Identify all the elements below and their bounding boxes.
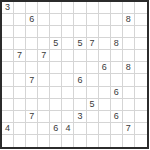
clue-cell-r11c11[interactable]: 7 bbox=[123, 123, 135, 135]
cell-r2c8[interactable] bbox=[87, 14, 99, 26]
cell-r6c3[interactable] bbox=[26, 62, 38, 74]
cell-r2c5[interactable] bbox=[50, 14, 62, 26]
clue-cell-r10c10[interactable]: 6 bbox=[111, 111, 123, 123]
cell-r7c2[interactable] bbox=[14, 74, 26, 86]
clue-cell-r9c8[interactable]: 5 bbox=[87, 99, 99, 111]
cell-r8c9[interactable] bbox=[99, 87, 111, 99]
clue-cell-r6c11[interactable]: 8 bbox=[123, 62, 135, 74]
cell-r3c3[interactable] bbox=[26, 26, 38, 38]
clue-cell-r7c7[interactable]: 6 bbox=[74, 74, 86, 86]
clue-cell-r10c7[interactable]: 3 bbox=[74, 111, 86, 123]
cell-r4c1[interactable] bbox=[2, 38, 14, 50]
cell-r6c7[interactable] bbox=[74, 62, 86, 74]
cell-r12c9[interactable] bbox=[99, 135, 111, 147]
cell-r2c12[interactable] bbox=[135, 14, 147, 26]
cell-r10c1[interactable] bbox=[2, 111, 14, 123]
cell-r7c9[interactable] bbox=[99, 74, 111, 86]
clue-cell-r2c3[interactable]: 6 bbox=[26, 14, 38, 26]
cell-r6c8[interactable] bbox=[87, 62, 99, 74]
cell-r8c4[interactable] bbox=[38, 87, 50, 99]
cell-r10c6[interactable] bbox=[62, 111, 74, 123]
cell-r1c9[interactable] bbox=[99, 2, 111, 14]
cell-r3c4[interactable] bbox=[38, 26, 50, 38]
cell-r2c6[interactable] bbox=[62, 14, 74, 26]
cell-r10c4[interactable] bbox=[38, 111, 50, 123]
cell-r3c1[interactable] bbox=[2, 26, 14, 38]
cell-r10c11[interactable] bbox=[123, 111, 135, 123]
cell-r5c3[interactable] bbox=[26, 50, 38, 62]
cell-r1c3[interactable] bbox=[26, 2, 38, 14]
cell-r9c3[interactable] bbox=[26, 99, 38, 111]
cell-r11c4[interactable] bbox=[38, 123, 50, 135]
cell-r9c10[interactable] bbox=[111, 99, 123, 111]
cell-r12c1[interactable] bbox=[2, 135, 14, 147]
clue-cell-r5c2[interactable]: 7 bbox=[14, 50, 26, 62]
cell-r6c10[interactable] bbox=[111, 62, 123, 74]
cell-r8c5[interactable] bbox=[50, 87, 62, 99]
cell-r9c5[interactable] bbox=[50, 99, 62, 111]
clue-cell-r11c6[interactable]: 4 bbox=[62, 123, 74, 135]
clue-cell-r4c8[interactable]: 7 bbox=[87, 38, 99, 50]
cell-r11c12[interactable] bbox=[135, 123, 147, 135]
cell-r2c10[interactable] bbox=[111, 14, 123, 26]
cell-r8c6[interactable] bbox=[62, 87, 74, 99]
cell-r1c7[interactable] bbox=[74, 2, 86, 14]
cell-r12c11[interactable] bbox=[123, 135, 135, 147]
cell-r8c7[interactable] bbox=[74, 87, 86, 99]
cell-r1c11[interactable] bbox=[123, 2, 135, 14]
cell-r5c10[interactable] bbox=[111, 50, 123, 62]
clue-cell-r1c1[interactable]: 3 bbox=[2, 2, 14, 14]
cell-r12c6[interactable] bbox=[62, 135, 74, 147]
cell-r3c12[interactable] bbox=[135, 26, 147, 38]
cell-r3c11[interactable] bbox=[123, 26, 135, 38]
cell-r1c10[interactable] bbox=[111, 2, 123, 14]
cell-r11c7[interactable] bbox=[74, 123, 86, 135]
cell-r6c12[interactable] bbox=[135, 62, 147, 74]
cell-r4c12[interactable] bbox=[135, 38, 147, 50]
cell-r7c5[interactable] bbox=[50, 74, 62, 86]
cell-r10c12[interactable] bbox=[135, 111, 147, 123]
cell-r9c11[interactable] bbox=[123, 99, 135, 111]
cell-r3c7[interactable] bbox=[74, 26, 86, 38]
cell-r7c1[interactable] bbox=[2, 74, 14, 86]
clue-cell-r8c10[interactable]: 6 bbox=[111, 87, 123, 99]
cell-r2c4[interactable] bbox=[38, 14, 50, 26]
cell-r5c9[interactable] bbox=[99, 50, 111, 62]
clue-cell-r4c10[interactable]: 8 bbox=[111, 38, 123, 50]
cell-r9c1[interactable] bbox=[2, 99, 14, 111]
cell-r6c5[interactable] bbox=[50, 62, 62, 74]
cell-r12c5[interactable] bbox=[50, 135, 62, 147]
cell-r10c5[interactable] bbox=[50, 111, 62, 123]
cell-r1c6[interactable] bbox=[62, 2, 74, 14]
cell-r8c3[interactable] bbox=[26, 87, 38, 99]
clue-cell-r4c7[interactable]: 5 bbox=[74, 38, 86, 50]
cell-r5c12[interactable] bbox=[135, 50, 147, 62]
cell-r4c11[interactable] bbox=[123, 38, 135, 50]
cell-r6c2[interactable] bbox=[14, 62, 26, 74]
cell-r3c2[interactable] bbox=[14, 26, 26, 38]
clue-cell-r5c4[interactable]: 7 bbox=[38, 50, 50, 62]
clue-cell-r10c3[interactable]: 7 bbox=[26, 111, 38, 123]
cell-r2c7[interactable] bbox=[74, 14, 86, 26]
cell-r1c5[interactable] bbox=[50, 2, 62, 14]
cell-r4c4[interactable] bbox=[38, 38, 50, 50]
cell-r7c8[interactable] bbox=[87, 74, 99, 86]
cell-r7c10[interactable] bbox=[111, 74, 123, 86]
cell-r5c6[interactable] bbox=[62, 50, 74, 62]
clue-cell-r11c1[interactable]: 4 bbox=[2, 123, 14, 135]
cell-r11c8[interactable] bbox=[87, 123, 99, 135]
cell-r9c2[interactable] bbox=[14, 99, 26, 111]
cell-r12c3[interactable] bbox=[26, 135, 38, 147]
cell-r4c3[interactable] bbox=[26, 38, 38, 50]
clue-cell-r4c5[interactable]: 5 bbox=[50, 38, 62, 50]
clue-cell-r6c9[interactable]: 6 bbox=[99, 62, 111, 74]
cell-r12c8[interactable] bbox=[87, 135, 99, 147]
cell-r10c2[interactable] bbox=[14, 111, 26, 123]
cell-r2c9[interactable] bbox=[99, 14, 111, 26]
cell-r3c6[interactable] bbox=[62, 26, 74, 38]
cell-r12c7[interactable] bbox=[74, 135, 86, 147]
cell-r9c4[interactable] bbox=[38, 99, 50, 111]
puzzle-board: 3685578776876657364647 bbox=[0, 0, 149, 149]
cell-r5c8[interactable] bbox=[87, 50, 99, 62]
cell-r11c2[interactable] bbox=[14, 123, 26, 135]
cell-r8c11[interactable] bbox=[123, 87, 135, 99]
cell-r8c1[interactable] bbox=[2, 87, 14, 99]
cell-r1c12[interactable] bbox=[135, 2, 147, 14]
cell-r9c6[interactable] bbox=[62, 99, 74, 111]
cell-r6c4[interactable] bbox=[38, 62, 50, 74]
cell-r3c9[interactable] bbox=[99, 26, 111, 38]
cell-r2c2[interactable] bbox=[14, 14, 26, 26]
cell-r3c10[interactable] bbox=[111, 26, 123, 38]
cell-r11c9[interactable] bbox=[99, 123, 111, 135]
cell-r7c12[interactable] bbox=[135, 74, 147, 86]
cell-r8c8[interactable] bbox=[87, 87, 99, 99]
cell-r12c12[interactable] bbox=[135, 135, 147, 147]
cell-r11c10[interactable] bbox=[111, 123, 123, 135]
cell-r9c9[interactable] bbox=[99, 99, 111, 111]
cell-r5c11[interactable] bbox=[123, 50, 135, 62]
cell-r1c4[interactable] bbox=[38, 2, 50, 14]
cell-r2c1[interactable] bbox=[2, 14, 14, 26]
cell-r7c4[interactable] bbox=[38, 74, 50, 86]
cell-r10c8[interactable] bbox=[87, 111, 99, 123]
cell-r12c4[interactable] bbox=[38, 135, 50, 147]
cell-r9c12[interactable] bbox=[135, 99, 147, 111]
cell-r4c6[interactable] bbox=[62, 38, 74, 50]
cell-r1c8[interactable] bbox=[87, 2, 99, 14]
cell-r5c1[interactable] bbox=[2, 50, 14, 62]
clue-cell-r7c3[interactable]: 7 bbox=[26, 74, 38, 86]
cell-r4c9[interactable] bbox=[99, 38, 111, 50]
cell-r3c5[interactable] bbox=[50, 26, 62, 38]
clue-cell-r11c5[interactable]: 6 bbox=[50, 123, 62, 135]
cell-r9c7[interactable] bbox=[74, 99, 86, 111]
clue-cell-r2c11[interactable]: 8 bbox=[123, 14, 135, 26]
cell-r6c6[interactable] bbox=[62, 62, 74, 74]
cell-r4c2[interactable] bbox=[14, 38, 26, 50]
cell-r7c6[interactable] bbox=[62, 74, 74, 86]
cell-r8c2[interactable] bbox=[14, 87, 26, 99]
cell-r11c3[interactable] bbox=[26, 123, 38, 135]
cell-r10c9[interactable] bbox=[99, 111, 111, 123]
cell-r6c1[interactable] bbox=[2, 62, 14, 74]
cell-r1c2[interactable] bbox=[14, 2, 26, 14]
cell-r12c2[interactable] bbox=[14, 135, 26, 147]
cell-r5c7[interactable] bbox=[74, 50, 86, 62]
cell-r3c8[interactable] bbox=[87, 26, 99, 38]
cell-r12c10[interactable] bbox=[111, 135, 123, 147]
cell-r8c12[interactable] bbox=[135, 87, 147, 99]
cell-r5c5[interactable] bbox=[50, 50, 62, 62]
cell-r7c11[interactable] bbox=[123, 74, 135, 86]
